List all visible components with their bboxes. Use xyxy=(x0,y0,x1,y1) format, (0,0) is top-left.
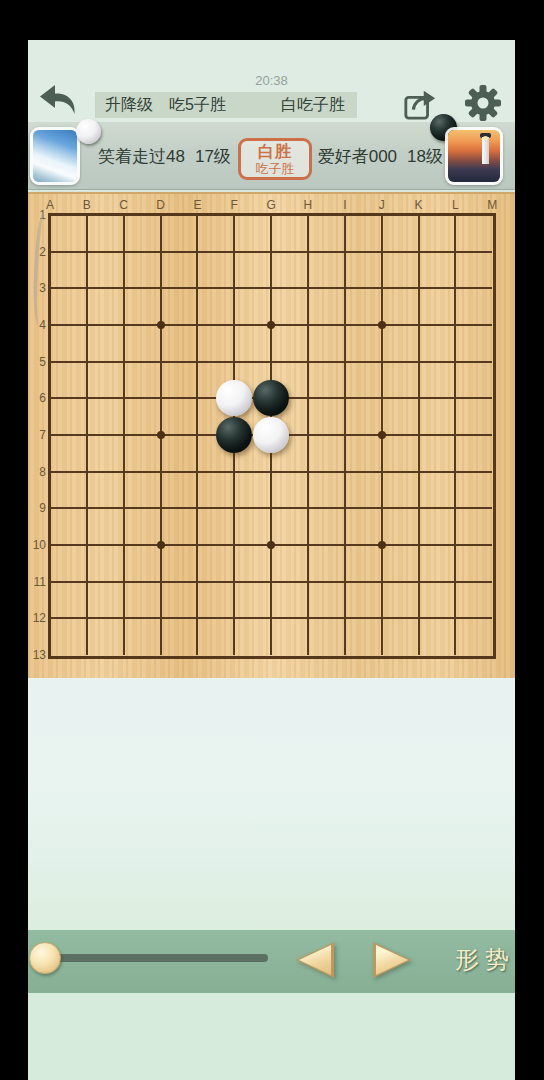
result-label: 白吃子胜 xyxy=(281,95,345,116)
row-label-12: 12 xyxy=(30,610,46,626)
row-label-7: 7 xyxy=(30,427,46,443)
control-bar: 形势 xyxy=(28,930,515,993)
grid-line xyxy=(50,581,492,583)
grid-line xyxy=(454,215,456,655)
phone-screen: 20:38 升降级 吃5子胜 白吃子胜 xyxy=(0,0,544,1080)
star-point-J4 xyxy=(378,321,386,329)
column-label-C: C xyxy=(115,198,133,212)
column-label-M: M xyxy=(483,198,501,212)
row-label-6: 6 xyxy=(30,390,46,406)
rule-label: 吃5子胜 xyxy=(169,95,226,116)
row-label-8: 8 xyxy=(30,464,46,480)
row-label-13: 13 xyxy=(30,647,46,663)
stone-white-G7 xyxy=(253,417,289,453)
black-player-rank: 18级 xyxy=(407,147,443,166)
black-player-photo xyxy=(448,130,500,182)
bottom-background xyxy=(28,993,515,1080)
grid-line xyxy=(344,215,346,655)
white-stone-icon xyxy=(76,119,101,144)
column-label-F: F xyxy=(225,198,243,212)
row-label-10: 10 xyxy=(30,537,46,553)
result-stamp: 白胜 吃子胜 xyxy=(238,138,312,180)
column-label-B: B xyxy=(78,198,96,212)
share-icon xyxy=(403,87,437,121)
white-player-rank: 17级 xyxy=(195,147,231,166)
column-label-J: J xyxy=(373,198,391,212)
row-label-5: 5 xyxy=(30,354,46,370)
column-label-K: K xyxy=(410,198,428,212)
grid-line xyxy=(50,507,492,509)
territory-estimate-button[interactable]: 形势 xyxy=(455,944,515,976)
white-player-avatar[interactable] xyxy=(30,127,80,185)
column-label-H: H xyxy=(299,198,317,212)
white-player-name: 笑着走过4817级 xyxy=(98,147,231,167)
star-point-G4 xyxy=(267,321,275,329)
settings-button[interactable] xyxy=(463,83,503,123)
player-bar: 笑着走过4817级 白胜 吃子胜 爱好者00018级 xyxy=(28,122,515,190)
star-point-J7 xyxy=(378,431,386,439)
column-label-L: L xyxy=(446,198,464,212)
star-point-J10 xyxy=(378,541,386,549)
star-point-G10 xyxy=(267,541,275,549)
game-info-band: 升降级 吃5子胜 白吃子胜 xyxy=(95,92,357,118)
go-board[interactable]: ABCDEFGHIJKLM12345678910111213 xyxy=(28,192,515,678)
back-button[interactable] xyxy=(38,84,78,118)
column-label-E: E xyxy=(188,198,206,212)
grid-line xyxy=(307,215,309,655)
next-move-button[interactable] xyxy=(373,942,411,978)
column-label-D: D xyxy=(152,198,170,212)
result-stamp-line1: 白胜 xyxy=(241,144,309,160)
star-point-D4 xyxy=(157,321,165,329)
column-label-G: G xyxy=(262,198,280,212)
black-player-name: 爱好者00018级 xyxy=(318,147,443,167)
clock-time: 20:38 xyxy=(28,73,515,88)
row-label-11: 11 xyxy=(30,574,46,590)
grid-line xyxy=(50,471,492,473)
stone-black-F7 xyxy=(216,417,252,453)
stone-white-F6 xyxy=(216,380,252,416)
back-arrow-icon xyxy=(38,84,78,118)
stone-black-G6 xyxy=(253,380,289,416)
row-label-9: 9 xyxy=(30,500,46,516)
share-button[interactable] xyxy=(403,87,437,121)
lower-background xyxy=(28,678,515,930)
previous-move-button[interactable] xyxy=(296,942,334,978)
column-label-I: I xyxy=(336,198,354,212)
app-window: 20:38 升降级 吃5子胜 白吃子胜 xyxy=(28,40,515,1080)
mode-label: 升降级 xyxy=(105,95,153,116)
star-point-D10 xyxy=(157,541,165,549)
black-player-avatar[interactable] xyxy=(445,127,503,185)
gear-icon xyxy=(463,83,503,123)
star-point-D7 xyxy=(157,431,165,439)
result-stamp-line2: 吃子胜 xyxy=(241,162,309,175)
move-slider-knob[interactable] xyxy=(29,942,61,974)
grid-line xyxy=(50,617,492,619)
move-slider-track[interactable] xyxy=(46,954,268,962)
grid-line xyxy=(418,215,420,655)
white-player-photo xyxy=(33,130,77,182)
